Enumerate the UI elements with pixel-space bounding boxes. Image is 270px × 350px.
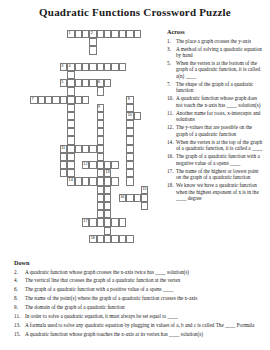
crossword-cell[interactable]: 17 (82, 218, 89, 226)
crossword-cell[interactable] (111, 30, 118, 38)
crossword-void (30, 210, 37, 218)
crossword-void (104, 153, 111, 161)
crossword-cell[interactable] (134, 112, 141, 120)
crossword-void (156, 202, 163, 210)
crossword-void (38, 112, 45, 120)
crossword-cell[interactable] (75, 30, 82, 38)
crossword-cell[interactable] (67, 136, 74, 144)
crossword-void (8, 194, 15, 202)
crossword-void (75, 136, 82, 144)
crossword-void (30, 112, 37, 120)
crossword-cell[interactable] (82, 79, 89, 87)
crossword-void (52, 186, 59, 194)
crossword-cell[interactable]: 10 (126, 112, 133, 120)
crossword-void (15, 210, 22, 218)
crossword-void (134, 227, 141, 235)
crossword-void (38, 235, 45, 243)
crossword-void (38, 218, 45, 226)
crossword-void (104, 120, 111, 128)
crossword-cell[interactable] (75, 63, 82, 71)
crossword-cell[interactable] (111, 63, 118, 71)
crossword-void (89, 120, 96, 128)
crossword-void (97, 38, 104, 46)
crossword-void (82, 87, 89, 95)
crossword-void (141, 235, 148, 243)
crossword-void (60, 218, 67, 226)
crossword-cell[interactable] (97, 202, 104, 210)
crossword-void (156, 218, 163, 226)
crossword-cell[interactable] (126, 161, 133, 169)
crossword-cell[interactable] (38, 96, 45, 104)
crossword-void (119, 96, 126, 104)
crossword-void (15, 120, 22, 128)
crossword-cell[interactable] (104, 202, 111, 210)
crossword-void (15, 79, 22, 87)
crossword-cell[interactable] (97, 120, 104, 128)
crossword-cell[interactable] (89, 177, 96, 185)
crossword-void (23, 30, 30, 38)
crossword-void (75, 55, 82, 63)
page-title: Quadratic Functions Crossword Puzzle (0, 6, 270, 18)
crossword-cell[interactable] (60, 96, 67, 104)
crossword-void (60, 71, 67, 79)
crossword-void (156, 169, 163, 177)
crossword-void (45, 71, 52, 79)
crossword-void (30, 136, 37, 144)
crossword-void (119, 71, 126, 79)
crossword-cell[interactable] (82, 30, 89, 38)
crossword-cell[interactable] (67, 71, 74, 79)
crossword-cell[interactable] (104, 218, 111, 226)
crossword-void (156, 136, 163, 144)
crossword-void (23, 128, 30, 136)
crossword-void (8, 227, 15, 235)
crossword-cell[interactable] (119, 30, 126, 38)
crossword-void (52, 218, 59, 226)
crossword-cell[interactable] (126, 177, 133, 185)
crossword-cell[interactable]: 15 (141, 186, 148, 194)
crossword-void (126, 71, 133, 79)
crossword-void (119, 55, 126, 63)
crossword-void (38, 153, 45, 161)
crossword-void (8, 136, 15, 144)
crossword-cell[interactable]: 9 (97, 104, 104, 112)
crossword-cell[interactable] (104, 210, 111, 218)
crossword-void (141, 46, 148, 54)
crossword-cell[interactable]: 1 (67, 30, 74, 38)
clue-text: The domain of the graph of a quadratic f… (25, 304, 264, 310)
crossword-cell[interactable] (89, 145, 96, 153)
crossword-cell[interactable]: 16 (119, 194, 126, 202)
crossword-cell[interactable] (67, 120, 74, 128)
crossword-void (148, 79, 155, 87)
crossword-cell[interactable] (89, 63, 96, 71)
crossword-void (52, 128, 59, 136)
crossword-void (134, 169, 141, 177)
crossword-grid: 123456789101112131415161718 (8, 30, 163, 251)
crossword-cell[interactable] (67, 169, 74, 177)
crossword-cell[interactable]: 2 (89, 30, 96, 38)
crossword-void (15, 136, 22, 144)
crossword-void (148, 87, 155, 95)
crossword-void (67, 55, 74, 63)
crossword-void (82, 71, 89, 79)
down-clues-panel: Down 2.A quadratic function whose graph … (14, 259, 264, 340)
crossword-cell[interactable] (104, 177, 111, 185)
crossword-cell[interactable]: 14 (67, 177, 74, 185)
crossword-void (134, 210, 141, 218)
crossword-cell[interactable] (119, 218, 126, 226)
crossword-void (67, 186, 74, 194)
crossword-void (45, 79, 52, 87)
crossword-cell[interactable] (111, 218, 118, 226)
crossword-cell[interactable] (141, 194, 148, 202)
crossword-cell[interactable] (126, 235, 133, 243)
crossword-void (45, 202, 52, 210)
crossword-void (97, 227, 104, 235)
crossword-void (38, 145, 45, 153)
crossword-void (15, 194, 22, 202)
crossword-void (52, 169, 59, 177)
crossword-void (75, 87, 82, 95)
crossword-void (89, 186, 96, 194)
crossword-void (134, 55, 141, 63)
crossword-cell[interactable] (75, 177, 82, 185)
crossword-cell[interactable] (75, 145, 82, 153)
crossword-cell[interactable] (67, 87, 74, 95)
crossword-void (134, 38, 141, 46)
crossword-cell[interactable] (104, 79, 111, 87)
crossword-void (141, 218, 148, 226)
crossword-void (38, 227, 45, 235)
crossword-cell[interactable]: 5 (60, 79, 67, 87)
down-clue: 15.A quadratic function whose graph touc… (14, 331, 264, 337)
crossword-cell[interactable] (67, 145, 74, 153)
crossword-void (82, 38, 89, 46)
crossword-cell[interactable] (97, 161, 104, 169)
crossword-void (60, 235, 67, 243)
crossword-void (156, 96, 163, 104)
crossword-cell[interactable] (89, 38, 96, 46)
clue-number: 15. (14, 331, 25, 337)
crossword-cell[interactable]: 11 (60, 145, 67, 153)
crossword-void (82, 243, 89, 251)
crossword-cell[interactable] (67, 153, 74, 161)
crossword-cell[interactable] (97, 63, 104, 71)
crossword-void (15, 243, 22, 251)
crossword-void (15, 87, 22, 95)
crossword-cell[interactable] (126, 145, 133, 153)
crossword-void (60, 243, 67, 251)
crossword-cell[interactable] (89, 161, 96, 169)
crossword-cell[interactable] (97, 210, 104, 218)
crossword-cell[interactable] (119, 63, 126, 71)
crossword-cell[interactable] (126, 128, 133, 136)
crossword-void (156, 87, 163, 95)
crossword-void (111, 136, 118, 144)
crossword-void (75, 38, 82, 46)
crossword-void (148, 243, 155, 251)
crossword-void (45, 186, 52, 194)
crossword-cell[interactable] (97, 235, 104, 243)
crossword-cell[interactable] (60, 161, 67, 169)
clue-text: A formula used to solve any quadratic eq… (25, 322, 264, 328)
crossword-cell[interactable] (111, 235, 118, 243)
crossword-void (111, 202, 118, 210)
crossword-cell[interactable] (97, 169, 104, 177)
crossword-void (75, 210, 82, 218)
crossword-cell[interactable] (97, 153, 104, 161)
crossword-void (23, 243, 30, 251)
crossword-cell[interactable] (126, 120, 133, 128)
crossword-cell[interactable] (126, 136, 133, 144)
cell-number: 15 (142, 187, 146, 191)
crossword-void (52, 112, 59, 120)
crossword-void (141, 243, 148, 251)
crossword-void (134, 79, 141, 87)
cell-number: 5 (61, 80, 63, 84)
crossword-cell[interactable] (89, 218, 96, 226)
crossword-void (111, 128, 118, 136)
crossword-void (23, 169, 30, 177)
crossword-void (148, 169, 155, 177)
crossword-cell[interactable]: 3 (60, 63, 67, 71)
crossword-cell[interactable]: 6 (97, 79, 104, 87)
crossword-void (119, 87, 126, 95)
crossword-cell[interactable] (111, 161, 118, 169)
crossword-void (119, 210, 126, 218)
crossword-cell[interactable] (67, 112, 74, 120)
crossword-void (8, 186, 15, 194)
crossword-cell[interactable]: 18 (89, 235, 96, 243)
crossword-void (156, 104, 163, 112)
crossword-cell[interactable] (119, 235, 126, 243)
crossword-void (104, 38, 111, 46)
crossword-cell[interactable] (104, 161, 111, 169)
crossword-void (8, 153, 15, 161)
crossword-void (75, 235, 82, 243)
crossword-void (8, 218, 15, 226)
crossword-cell[interactable] (97, 186, 104, 194)
crossword-cell[interactable] (97, 145, 104, 153)
crossword-void (82, 120, 89, 128)
crossword-cell[interactable] (97, 136, 104, 144)
crossword-void (23, 79, 30, 87)
crossword-cell[interactable] (82, 96, 89, 104)
crossword-void (156, 227, 163, 235)
crossword-cell[interactable] (126, 194, 133, 202)
crossword-void (111, 227, 118, 235)
crossword-cell[interactable] (82, 145, 89, 153)
crossword-cell[interactable] (104, 186, 111, 194)
crossword-cell[interactable] (104, 194, 111, 202)
crossword-cell[interactable] (97, 177, 104, 185)
crossword-void (97, 55, 104, 63)
crossword-void (67, 218, 74, 226)
crossword-void (23, 218, 30, 226)
crossword-void (30, 30, 37, 38)
crossword-cell[interactable] (104, 63, 111, 71)
crossword-void (141, 87, 148, 95)
crossword-void (38, 104, 45, 112)
crossword-void (82, 112, 89, 120)
crossword-cell[interactable]: 7 (30, 96, 37, 104)
crossword-cell[interactable]: 8 (126, 96, 133, 104)
crossword-cell[interactable]: 4 (67, 63, 74, 71)
crossword-void (148, 227, 155, 235)
crossword-cell[interactable] (104, 235, 111, 243)
across-clues-panel: Across 1.The place a graph crosses the y… (167, 28, 265, 203)
crossword-void (52, 104, 59, 112)
crossword-cell[interactable] (67, 128, 74, 136)
crossword-cell[interactable] (67, 96, 74, 104)
crossword-void (141, 63, 148, 71)
crossword-void (8, 202, 15, 210)
crossword-void (52, 153, 59, 161)
crossword-void (15, 153, 22, 161)
crossword-void (89, 243, 96, 251)
crossword-cell[interactable] (60, 153, 67, 161)
crossword-void (23, 210, 30, 218)
crossword-void (126, 186, 133, 194)
crossword-cell[interactable] (126, 104, 133, 112)
crossword-cell[interactable] (126, 153, 133, 161)
clue-number: 7. (167, 81, 176, 94)
crossword-void (45, 46, 52, 54)
crossword-void (60, 46, 67, 54)
crossword-void (15, 71, 22, 79)
crossword-cell[interactable] (67, 104, 74, 112)
crossword-void (23, 136, 30, 144)
crossword-cell[interactable] (97, 218, 104, 226)
crossword-void (111, 55, 118, 63)
crossword-cell[interactable]: 13 (104, 169, 111, 177)
crossword-void (45, 104, 52, 112)
crossword-void (134, 235, 141, 243)
crossword-void (60, 128, 67, 136)
crossword-void (126, 218, 133, 226)
crossword-cell[interactable] (60, 169, 67, 177)
crossword-cell[interactable] (52, 96, 59, 104)
crossword-void (75, 194, 82, 202)
crossword-void (45, 63, 52, 71)
crossword-cell[interactable] (97, 87, 104, 95)
crossword-void (38, 186, 45, 194)
clue-number: 1. (167, 38, 176, 44)
crossword-void (156, 161, 163, 169)
crossword-void (156, 235, 163, 243)
crossword-cell[interactable] (89, 79, 96, 87)
crossword-void (23, 112, 30, 120)
crossword-cell[interactable] (75, 96, 82, 104)
crossword-void (38, 71, 45, 79)
crossword-void (89, 87, 96, 95)
crossword-void (45, 153, 52, 161)
crossword-cell[interactable] (126, 169, 133, 177)
crossword-void (8, 210, 15, 218)
cell-number: 1 (69, 31, 71, 35)
crossword-cell[interactable] (111, 177, 118, 185)
crossword-void (89, 194, 96, 202)
crossword-cell[interactable] (97, 112, 104, 120)
crossword-void (8, 169, 15, 177)
crossword-void (119, 145, 126, 153)
across-clue: 14.When the vertex is at the top of the … (167, 139, 265, 152)
crossword-void (156, 177, 163, 185)
crossword-cell[interactable] (134, 194, 141, 202)
crossword-void (52, 120, 59, 128)
clue-text: A method of solving a quadratic equation… (176, 46, 265, 59)
crossword-void (119, 112, 126, 120)
crossword-void (134, 243, 141, 251)
crossword-void (8, 46, 15, 54)
crossword-void (134, 161, 141, 169)
crossword-void (8, 71, 15, 79)
crossword-void (126, 55, 133, 63)
crossword-void (45, 87, 52, 95)
crossword-void (15, 169, 22, 177)
crossword-cell[interactable] (104, 227, 111, 235)
crossword-void (67, 243, 74, 251)
clue-number: 5. (167, 60, 176, 79)
crossword-void (134, 202, 141, 210)
crossword-cell[interactable] (97, 194, 104, 202)
crossword-void (45, 169, 52, 177)
crossword-void (111, 243, 118, 251)
crossword-void (15, 177, 22, 185)
crossword-void (148, 186, 155, 194)
crossword-cell[interactable] (75, 79, 82, 87)
clue-text: When the vertex is at the bottom of the … (176, 60, 265, 79)
crossword-cell[interactable] (104, 30, 111, 38)
crossword-cell[interactable] (67, 161, 74, 169)
crossword-cell[interactable] (82, 63, 89, 71)
crossword-void (156, 243, 163, 251)
crossword-void (38, 38, 45, 46)
crossword-cell[interactable] (82, 177, 89, 185)
crossword-void (30, 71, 37, 79)
crossword-void (104, 96, 111, 104)
crossword-void (75, 112, 82, 120)
across-clue: 1.The place a graph crosses the y-axis (167, 38, 265, 44)
crossword-cell[interactable]: 12 (82, 161, 89, 169)
crossword-cell[interactable] (141, 202, 148, 210)
clue-number: 13. (14, 322, 25, 328)
crossword-cell[interactable] (89, 46, 96, 54)
cell-number: 7 (32, 97, 34, 101)
clue-text: The name of the point(s) where the graph… (25, 295, 264, 301)
crossword-void (52, 71, 59, 79)
crossword-cell[interactable] (126, 30, 133, 38)
across-clue: 3.A method of solving a quadratic equati… (167, 46, 265, 59)
crossword-cell[interactable] (97, 30, 104, 38)
crossword-cell[interactable] (134, 30, 141, 38)
crossword-void (67, 38, 74, 46)
clue-text: The name of the highest or lowest point … (176, 168, 265, 181)
crossword-cell[interactable] (97, 128, 104, 136)
crossword-void (8, 55, 15, 63)
crossword-void (38, 55, 45, 63)
crossword-cell[interactable] (45, 96, 52, 104)
crossword-void (45, 55, 52, 63)
crossword-void (111, 120, 118, 128)
clue-number: 16. (167, 153, 176, 166)
cell-number: 9 (98, 105, 100, 109)
crossword-void (23, 55, 30, 63)
crossword-void (156, 55, 163, 63)
crossword-cell[interactable] (67, 79, 74, 87)
crossword-void (119, 161, 126, 169)
